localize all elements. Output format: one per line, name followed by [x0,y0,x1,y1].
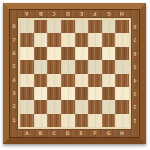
square-c1[interactable] [47,114,61,127]
square-f2[interactable] [88,100,102,113]
file-label: H [115,10,129,18]
board-photo: ABCDEFGH ABCDEFGH 87654321 87654321 [0,0,150,150]
notation-band: ABCDEFGH ABCDEFGH 87654321 87654321 [10,10,139,137]
file-label: C [47,10,61,18]
rank-label: 2 [10,100,18,113]
rank-label: 4 [131,74,139,87]
square-d2[interactable] [61,100,75,113]
square-a6[interactable] [20,47,34,60]
square-a4[interactable] [20,74,34,87]
rank-label: 6 [10,47,18,60]
square-g7[interactable] [102,33,116,46]
chess-board: ABCDEFGH ABCDEFGH 87654321 87654321 [3,3,146,144]
square-c4[interactable] [47,74,61,87]
rank-label: 1 [10,114,18,127]
square-d8[interactable] [61,20,75,33]
rank-label: 2 [131,100,139,113]
square-a7[interactable] [20,33,34,46]
rank-labels-left: 87654321 [10,20,18,127]
playing-area [18,18,131,129]
square-c3[interactable] [47,87,61,100]
square-d4[interactable] [61,74,75,87]
square-e8[interactable] [75,20,89,33]
rank-label: 1 [131,114,139,127]
square-c2[interactable] [47,100,61,113]
square-d7[interactable] [61,33,75,46]
rank-label: 5 [10,60,18,73]
square-h3[interactable] [115,87,129,100]
square-a3[interactable] [20,87,34,100]
square-g1[interactable] [102,114,116,127]
square-h2[interactable] [115,100,129,113]
square-h6[interactable] [115,47,129,60]
square-g2[interactable] [102,100,116,113]
square-f6[interactable] [88,47,102,60]
square-h4[interactable] [115,74,129,87]
file-label: E [75,10,89,18]
square-h5[interactable] [115,60,129,73]
square-e4[interactable] [75,74,89,87]
rank-label: 3 [131,87,139,100]
square-b7[interactable] [34,33,48,46]
file-label: A [20,10,34,18]
square-b4[interactable] [34,74,48,87]
rank-label: 7 [10,33,18,46]
square-g4[interactable] [102,74,116,87]
square-e1[interactable] [75,114,89,127]
square-g3[interactable] [102,87,116,100]
file-label: F [88,129,102,137]
rank-label: 8 [10,20,18,33]
rank-label: 6 [131,47,139,60]
square-c6[interactable] [47,47,61,60]
file-label: C [47,129,61,137]
file-labels-top: ABCDEFGH [20,10,129,18]
square-e7[interactable] [75,33,89,46]
file-label: G [102,10,116,18]
square-h7[interactable] [115,33,129,46]
rank-labels-right: 87654321 [131,20,139,127]
square-e2[interactable] [75,100,89,113]
square-f1[interactable] [88,114,102,127]
square-d3[interactable] [61,87,75,100]
square-a5[interactable] [20,60,34,73]
square-b6[interactable] [34,47,48,60]
file-label: F [88,10,102,18]
square-g5[interactable] [102,60,116,73]
square-d1[interactable] [61,114,75,127]
file-label: D [61,129,75,137]
file-labels-bottom: ABCDEFGH [20,129,129,137]
square-a1[interactable] [20,114,34,127]
file-label: B [34,10,48,18]
square-e6[interactable] [75,47,89,60]
square-f3[interactable] [88,87,102,100]
file-label: G [102,129,116,137]
rank-label: 4 [10,74,18,87]
square-f4[interactable] [88,74,102,87]
rank-label: 7 [131,33,139,46]
square-b8[interactable] [34,20,48,33]
square-h8[interactable] [115,20,129,33]
chessboard-grid [20,20,129,127]
square-b3[interactable] [34,87,48,100]
square-f8[interactable] [88,20,102,33]
square-a2[interactable] [20,100,34,113]
file-label: A [20,129,34,137]
square-e3[interactable] [75,87,89,100]
file-label: B [34,129,48,137]
square-a8[interactable] [20,20,34,33]
rank-label: 5 [131,60,139,73]
square-g8[interactable] [102,20,116,33]
rank-label: 3 [10,87,18,100]
file-label: H [115,129,129,137]
rank-label: 8 [131,20,139,33]
square-c5[interactable] [47,60,61,73]
square-h1[interactable] [115,114,129,127]
square-f5[interactable] [88,60,102,73]
square-d5[interactable] [61,60,75,73]
square-b1[interactable] [34,114,48,127]
square-c8[interactable] [47,20,61,33]
square-b5[interactable] [34,60,48,73]
square-e5[interactable] [75,60,89,73]
file-label: D [61,10,75,18]
square-d6[interactable] [61,47,75,60]
file-label: E [75,129,89,137]
square-g6[interactable] [102,47,116,60]
square-f7[interactable] [88,33,102,46]
square-c7[interactable] [47,33,61,46]
square-b2[interactable] [34,100,48,113]
